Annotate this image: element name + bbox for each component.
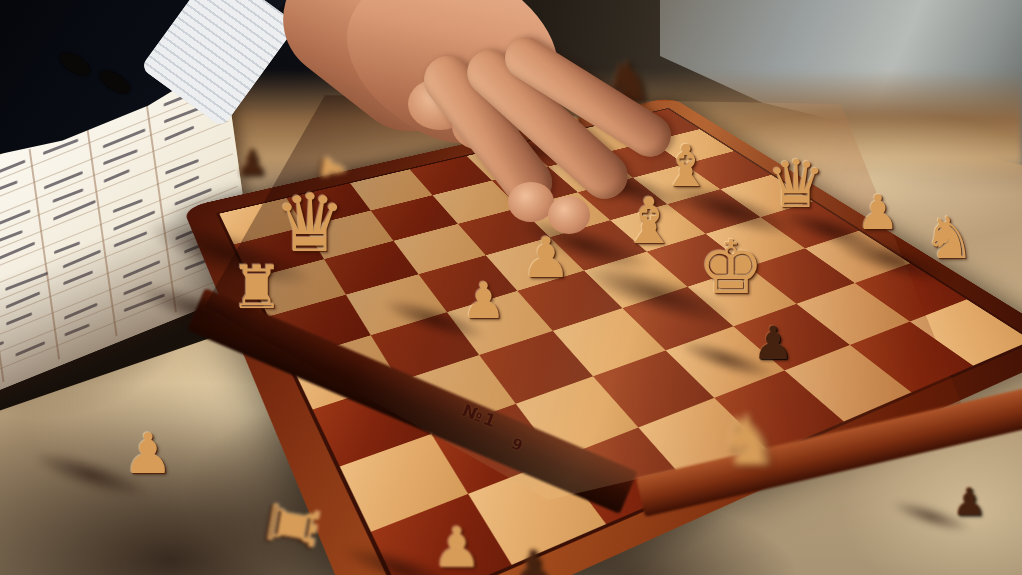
sleeve-button [96,66,133,98]
light-knight-piece: ♞ [923,209,975,267]
light-pawn-piece: ♟ [123,426,173,482]
dark-pawn-piece: ♟ [236,145,268,181]
dark-pawn-piece: ♟ [512,544,553,575]
handwriting-mark [174,175,199,189]
light-king-piece: ♚ [698,230,764,304]
dark-pawn-piece: ♟ [752,320,793,366]
light-queen-piece: ♛ [766,152,825,218]
handwriting-mark [103,169,129,183]
scene: №1 9 ♟♟♟♞♟♛♜♝♛♝♟♚♞♟♟♟♞♟♜♟♟♟ [0,0,1022,575]
light-queen-piece: ♛ [274,184,346,264]
dark-pawn-piece: ♟ [952,483,986,521]
light-bishop-piece: ♝ [620,189,677,253]
light-pawn-piece: ♟ [462,276,507,326]
sleeve-button [56,48,93,80]
light-rook-piece: ♜ [256,491,329,559]
light-rook-piece: ♜ [230,257,284,317]
light-knight-piece: ♞ [718,406,781,476]
light-pawn-piece: ♟ [432,520,482,575]
fingertip [548,196,590,234]
light-pawn-piece: ♟ [521,230,571,286]
light-pawn-piece: ♟ [856,188,899,236]
